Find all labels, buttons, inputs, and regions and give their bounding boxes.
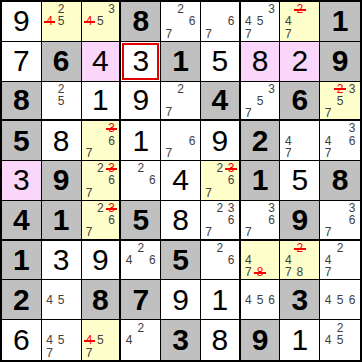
pencil-mark-empty — [67, 294, 79, 306]
cell-r2c4[interactable]: 3 — [121, 42, 161, 82]
given-digit: 4 — [201, 82, 239, 120]
pencil-mark-empty — [334, 266, 346, 278]
entered-digit: 1 — [280, 320, 319, 360]
cell-r3c4[interactable]: 9 — [121, 82, 161, 122]
cell-r8c9[interactable]: 456 — [320, 280, 360, 320]
cell-r8c7[interactable]: 456 — [241, 280, 281, 320]
cell-r8c2[interactable]: 45 — [42, 280, 82, 320]
pencil-marks: 26 — [121, 161, 160, 200]
pencil-mark-empty — [243, 202, 255, 214]
pencil-mark-empty — [44, 83, 56, 95]
pencil-mark-empty — [254, 226, 266, 238]
pencil-mark-8-struck: 8 — [254, 266, 266, 278]
pencil-marks: 2478 — [280, 241, 319, 280]
cell-r4c3[interactable]: 367 — [82, 121, 122, 161]
sudoku-board: 9245345826767345724717643158298251927435… — [0, 0, 362, 362]
pencil-mark-6: 6 — [106, 214, 117, 226]
pencil-mark-empty — [254, 28, 266, 40]
cell-r9c6[interactable]: 8 — [201, 320, 241, 360]
pencil-mark-empty — [266, 226, 278, 238]
pencil-mark-4: 4 — [44, 334, 56, 347]
cell-r2c6[interactable]: 5 — [201, 42, 241, 82]
cell-r2c9[interactable]: 9 — [320, 42, 360, 82]
cell-r7c5[interactable]: 5 — [161, 241, 201, 281]
cell-r8c3[interactable]: 8 — [82, 280, 122, 320]
given-digit: 6 — [280, 82, 319, 120]
pencil-marks: 345 — [82, 2, 120, 41]
pencil-mark-empty — [266, 266, 278, 278]
pencil-mark-empty — [44, 95, 56, 107]
entered-digit: 9 — [121, 82, 160, 120]
pencil-mark-empty — [67, 346, 79, 359]
pencil-marks: 246 — [121, 241, 160, 280]
pencil-mark-empty — [84, 122, 95, 134]
pencil-mark-empty — [175, 15, 187, 27]
pencil-mark-empty — [214, 174, 225, 186]
pencil-mark-empty — [214, 226, 225, 238]
cell-r5c8[interactable]: 5 — [280, 161, 320, 201]
cell-r3c1[interactable]: 8 — [2, 82, 42, 122]
pencil-mark-empty — [294, 122, 306, 134]
pencil-mark-empty — [346, 107, 358, 119]
pencil-mark-2: 2 — [334, 321, 346, 334]
pencil-mark-empty — [334, 135, 346, 147]
pencil-mark-6: 6 — [147, 174, 159, 186]
pencil-mark-empty — [334, 147, 346, 159]
given-digit: 1 — [320, 2, 360, 41]
pencil-mark-empty — [214, 3, 225, 15]
pencil-mark-empty — [135, 346, 147, 359]
pencil-mark-empty — [243, 306, 255, 318]
pencil-marks: 2367 — [82, 161, 120, 200]
pencil-mark-4: 4 — [44, 294, 56, 306]
cell-r7c1[interactable]: 1 — [2, 241, 42, 281]
pencil-marks: 357 — [241, 82, 280, 120]
pencil-marks: 2367 — [201, 161, 239, 200]
pencil-mark-empty — [254, 214, 266, 226]
cell-r6c8[interactable]: 9 — [280, 201, 320, 241]
pencil-mark-empty — [266, 306, 278, 318]
entered-digit: 9 — [2, 2, 41, 41]
cell-r5c7[interactable]: 1 — [241, 161, 281, 201]
cell-r6c7[interactable]: 367 — [241, 201, 281, 241]
pencil-mark-2: 2 — [95, 202, 106, 214]
cell-r5c5[interactable]: 4 — [161, 161, 201, 201]
pencil-marks: 456 — [241, 280, 280, 319]
pencil-mark-empty — [147, 187, 159, 199]
pencil-marks: 247 — [320, 241, 360, 280]
pencil-mark-7: 7 — [44, 346, 56, 359]
pencil-mark-2: 2 — [214, 202, 225, 214]
pencil-mark-empty — [294, 28, 306, 40]
pencil-mark-empty — [123, 346, 135, 359]
pencil-mark-7: 7 — [163, 28, 175, 40]
cell-r7c6[interactable]: 26 — [201, 241, 241, 281]
pencil-marks: 25 — [42, 82, 81, 120]
pencil-mark-empty — [106, 15, 117, 27]
cell-r9c2[interactable]: 457 — [42, 320, 82, 360]
pencil-marks: 24 — [121, 320, 160, 360]
entered-digit: 8 — [161, 201, 200, 239]
pencil-mark-empty — [282, 122, 294, 134]
pencil-mark-4-struck: 4 — [84, 15, 95, 27]
pencil-mark-6: 6 — [147, 254, 159, 266]
pencil-mark-empty — [306, 122, 318, 134]
pencil-mark-7: 7 — [163, 106, 175, 118]
pencil-mark-empty — [67, 107, 79, 119]
pencil-mark-7: 7 — [203, 226, 214, 238]
pencil-mark-6: 6 — [225, 174, 236, 186]
pencil-marks: 245 — [320, 320, 360, 360]
pencil-mark-empty — [334, 306, 346, 318]
cell-r7c3[interactable]: 9 — [82, 241, 122, 281]
pencil-mark-7: 7 — [84, 346, 95, 359]
pencil-mark-empty — [186, 122, 198, 134]
cell-r4c2[interactable]: 8 — [42, 121, 82, 161]
cell-r7c7[interactable]: 478 — [241, 241, 281, 281]
pencil-mark-empty — [322, 306, 334, 318]
pencil-mark-empty — [84, 321, 95, 334]
pencil-mark-2: 2 — [135, 321, 147, 334]
pencil-mark-2-struck: 2 — [294, 3, 306, 15]
cell-r6c3[interactable]: 2367 — [82, 201, 122, 241]
pencil-mark-empty — [84, 162, 95, 174]
cell-r9c9[interactable]: 245 — [320, 320, 360, 360]
pencil-mark-empty — [95, 226, 106, 238]
cell-r1c5[interactable]: 267 — [161, 2, 201, 42]
pencil-marks: 47 — [280, 121, 319, 160]
pencil-marks: 67 — [201, 2, 239, 41]
pencil-mark-5: 5 — [254, 95, 266, 107]
pencil-mark-7: 7 — [243, 28, 255, 40]
pencil-marks: 27 — [161, 82, 200, 120]
cell-r5c2[interactable]: 9 — [42, 161, 82, 201]
pencil-mark-empty — [294, 15, 306, 27]
given-digit: 1 — [42, 201, 81, 239]
cell-r8c4[interactable]: 7 — [121, 280, 161, 320]
pencil-mark-2: 2 — [334, 242, 346, 254]
pencil-mark-3: 3 — [106, 3, 117, 15]
cell-r9c8[interactable]: 1 — [280, 320, 320, 360]
entered-digit: 1 — [201, 280, 239, 319]
pencil-mark-empty — [266, 15, 278, 27]
pencil-mark-empty — [266, 107, 278, 119]
pencil-mark-empty — [186, 106, 198, 118]
pencil-mark-3: 3 — [346, 122, 358, 134]
pencil-mark-empty — [67, 95, 79, 107]
pencil-mark-7: 7 — [243, 266, 255, 278]
cell-r9c5[interactable]: 3 — [161, 320, 201, 360]
pencil-mark-empty — [334, 346, 346, 359]
pencil-mark-empty — [123, 162, 135, 174]
pencil-mark-empty — [163, 83, 175, 95]
given-digit: 1 — [161, 42, 200, 81]
pencil-mark-empty — [55, 321, 67, 334]
pencil-mark-2: 2 — [214, 242, 225, 254]
pencil-mark-7: 7 — [84, 147, 95, 159]
cell-r6c2[interactable]: 1 — [42, 201, 82, 241]
pencil-mark-empty — [186, 83, 198, 95]
pencil-mark-empty — [306, 242, 318, 254]
entered-digit: 2 — [280, 42, 319, 81]
pencil-mark-empty — [346, 226, 358, 238]
pencil-mark-empty — [322, 122, 334, 134]
pencil-mark-empty — [163, 15, 175, 27]
cell-r9c1[interactable]: 6 — [2, 320, 42, 360]
pencil-mark-empty — [55, 281, 67, 293]
pencil-mark-empty — [254, 306, 266, 318]
cell-r3c6[interactable]: 4 — [201, 82, 241, 122]
cell-r1c8[interactable]: 247 — [280, 2, 320, 42]
pencil-mark-3: 3 — [346, 83, 358, 95]
pencil-mark-empty — [106, 346, 117, 359]
cell-r8c6[interactable]: 1 — [201, 280, 241, 320]
cell-r9c7[interactable]: 9 — [241, 320, 281, 360]
pencil-mark-7: 7 — [322, 226, 334, 238]
cell-r8c8[interactable]: 3 — [280, 280, 320, 320]
cell-r9c3[interactable]: 457 — [82, 320, 122, 360]
given-digit: 7 — [121, 280, 160, 319]
cell-r6c5[interactable]: 8 — [161, 201, 201, 241]
pencil-mark-empty — [163, 3, 175, 15]
entered-digit: 1 — [82, 82, 120, 120]
pencil-mark-empty — [306, 3, 318, 15]
pencil-mark-empty — [306, 28, 318, 40]
cell-r4c1[interactable]: 5 — [2, 121, 42, 161]
pencil-mark-5: 5 — [254, 294, 266, 306]
cell-r4c8[interactable]: 47 — [280, 121, 320, 161]
pencil-marks: 3457 — [241, 2, 280, 41]
pencil-mark-empty — [254, 281, 266, 293]
pencil-mark-7: 7 — [243, 107, 255, 119]
cell-r1c3[interactable]: 345 — [82, 2, 122, 42]
given-digit: 8 — [121, 2, 160, 41]
cell-r8c5[interactable]: 9 — [161, 280, 201, 320]
cell-r4c4[interactable]: 1 — [121, 121, 161, 161]
pencil-mark-empty — [203, 174, 214, 186]
pencil-mark-4: 4 — [282, 15, 294, 27]
cell-r3c9[interactable]: 2357 — [320, 82, 360, 122]
pencil-mark-empty — [106, 321, 117, 334]
pencil-marks: 367 — [82, 121, 120, 160]
pencil-mark-empty — [322, 346, 334, 359]
pencil-mark-empty — [225, 28, 236, 40]
pencil-mark-3: 3 — [266, 83, 278, 95]
entered-digit: 3 — [42, 241, 81, 280]
cell-r3c2[interactable]: 25 — [42, 82, 82, 122]
pencil-mark-empty — [84, 202, 95, 214]
cell-r2c7[interactable]: 8 — [241, 42, 281, 82]
cell-r7c9[interactable]: 247 — [320, 241, 360, 281]
pencil-mark-5: 5 — [334, 294, 346, 306]
entered-digit: 4 — [82, 42, 120, 81]
pencil-mark-empty — [306, 135, 318, 147]
pencil-mark-empty — [203, 162, 214, 174]
pencil-mark-empty — [175, 122, 187, 134]
entered-digit: 8 — [201, 320, 239, 360]
pencil-mark-2-struck: 2 — [294, 242, 306, 254]
pencil-marks: 267 — [161, 2, 200, 41]
entered-digit: 6 — [2, 320, 41, 360]
pencil-mark-empty — [322, 281, 334, 293]
pencil-mark-empty — [254, 202, 266, 214]
given-digit: 2 — [2, 280, 41, 319]
pencil-mark-empty — [214, 266, 225, 278]
cell-r5c3[interactable]: 2367 — [82, 161, 122, 201]
pencil-mark-empty — [95, 346, 106, 359]
pencil-mark-empty — [147, 321, 159, 334]
pencil-mark-7: 7 — [203, 187, 214, 199]
pencil-mark-4: 4 — [322, 135, 334, 147]
pencil-mark-empty — [163, 135, 175, 147]
cell-r6c6[interactable]: 2367 — [201, 201, 241, 241]
pencil-mark-empty — [306, 15, 318, 27]
cell-r2c2[interactable]: 6 — [42, 42, 82, 82]
cell-r1c9[interactable]: 1 — [320, 2, 360, 42]
entered-digit: 8 — [241, 42, 280, 81]
pencil-mark-5: 5 — [55, 95, 67, 107]
pencil-marks: 245 — [42, 2, 81, 41]
pencil-mark-empty — [95, 174, 106, 186]
given-digit: 6 — [42, 42, 81, 81]
cell-r1c6[interactable]: 67 — [201, 2, 241, 42]
cell-r3c5[interactable]: 27 — [161, 82, 201, 122]
given-digit: 9 — [241, 320, 280, 360]
pencil-mark-empty — [214, 15, 225, 27]
pencil-mark-6: 6 — [186, 15, 198, 27]
pencil-mark-2: 2 — [55, 83, 67, 95]
pencil-mark-7: 7 — [163, 147, 175, 159]
pencil-mark-empty — [346, 95, 358, 107]
pencil-mark-empty — [135, 254, 147, 266]
pencil-mark-empty — [334, 107, 346, 119]
cell-r8c1[interactable]: 2 — [2, 280, 42, 320]
pencil-mark-empty — [322, 321, 334, 334]
cell-r6c1[interactable]: 4 — [2, 201, 42, 241]
cell-r3c8[interactable]: 6 — [280, 82, 320, 122]
given-digit: 8 — [320, 161, 360, 200]
pencil-mark-empty — [254, 83, 266, 95]
pencil-mark-4: 4 — [123, 334, 135, 347]
cell-r5c6[interactable]: 2367 — [201, 161, 241, 201]
cell-r2c5[interactable]: 1 — [161, 42, 201, 82]
pencil-mark-empty — [203, 202, 214, 214]
pencil-mark-empty — [346, 254, 358, 266]
pencil-mark-empty — [266, 281, 278, 293]
cell-r2c8[interactable]: 2 — [280, 42, 320, 82]
pencil-mark-empty — [346, 281, 358, 293]
pencil-mark-empty — [175, 135, 187, 147]
pencil-mark-empty — [334, 226, 346, 238]
pencil-mark-empty — [322, 202, 334, 214]
cell-r2c1[interactable]: 7 — [2, 42, 42, 82]
pencil-mark-6: 6 — [106, 174, 117, 186]
pencil-mark-5: 5 — [95, 15, 106, 27]
pencil-mark-empty — [123, 187, 135, 199]
entered-digit: 3 — [121, 42, 160, 81]
pencil-mark-7: 7 — [282, 147, 294, 159]
pencil-mark-empty — [225, 226, 236, 238]
pencil-marks: 478 — [241, 241, 280, 280]
pencil-mark-7: 7 — [282, 28, 294, 40]
cell-r4c7[interactable]: 2 — [241, 121, 281, 161]
cell-r7c8[interactable]: 2478 — [280, 241, 320, 281]
entered-digit: 5 — [201, 42, 239, 81]
pencil-mark-empty — [67, 83, 79, 95]
pencil-mark-empty — [214, 214, 225, 226]
cell-r1c2[interactable]: 245 — [42, 2, 82, 42]
pencil-mark-empty — [44, 281, 56, 293]
cell-r5c1[interactable]: 3 — [2, 161, 42, 201]
pencil-mark-empty — [44, 107, 56, 119]
given-digit: 4 — [2, 201, 41, 239]
cell-r4c5[interactable]: 67 — [161, 121, 201, 161]
pencil-mark-5: 5 — [334, 95, 346, 107]
cell-r4c9[interactable]: 3467 — [320, 121, 360, 161]
pencil-mark-empty — [123, 174, 135, 186]
pencil-mark-empty — [163, 122, 175, 134]
cell-r1c7[interactable]: 3457 — [241, 2, 281, 42]
cell-r7c4[interactable]: 246 — [121, 241, 161, 281]
cell-r6c9[interactable]: 367 — [320, 201, 360, 241]
pencil-mark-7: 7 — [84, 187, 95, 199]
cell-r7c2[interactable]: 3 — [42, 241, 82, 281]
pencil-mark-4: 4 — [322, 294, 334, 306]
pencil-mark-empty — [346, 321, 358, 334]
pencil-mark-7: 7 — [322, 107, 334, 119]
pencil-mark-empty — [214, 28, 225, 40]
pencil-mark-7: 7 — [322, 266, 334, 278]
pencil-mark-empty — [186, 147, 198, 159]
cell-r2c3[interactable]: 4 — [82, 42, 122, 82]
cell-r1c1[interactable]: 9 — [2, 2, 42, 42]
cell-r3c3[interactable]: 1 — [82, 82, 122, 122]
pencil-mark-6: 6 — [266, 214, 278, 226]
entered-digit: 8 — [42, 121, 81, 160]
cell-r6c4[interactable]: 5 — [121, 201, 161, 241]
cell-r5c4[interactable]: 26 — [121, 161, 161, 201]
entered-digit: 9 — [201, 121, 239, 160]
cell-r4c6[interactable]: 9 — [201, 121, 241, 161]
pencil-mark-empty — [106, 28, 117, 40]
pencil-mark-6: 6 — [346, 135, 358, 147]
pencil-mark-5: 5 — [55, 15, 67, 27]
cell-r3c7[interactable]: 357 — [241, 82, 281, 122]
pencil-mark-7: 7 — [84, 226, 95, 238]
cell-r1c4[interactable]: 8 — [121, 2, 161, 42]
given-digit: 9 — [320, 42, 360, 81]
pencil-mark-2: 2 — [214, 162, 225, 174]
pencil-mark-4: 4 — [243, 15, 255, 27]
pencil-mark-empty — [123, 321, 135, 334]
cell-r5c9[interactable]: 8 — [320, 161, 360, 201]
pencil-mark-empty — [214, 187, 225, 199]
pencil-mark-2-struck: 2 — [334, 83, 346, 95]
entered-digit: 4 — [161, 161, 200, 200]
pencil-mark-4-struck: 4 — [44, 15, 56, 27]
pencil-mark-6: 6 — [225, 254, 236, 266]
pencil-mark-empty — [266, 242, 278, 254]
pencil-mark-7: 7 — [203, 28, 214, 40]
pencil-marks: 45 — [42, 280, 81, 319]
cell-r9c4[interactable]: 24 — [121, 320, 161, 360]
pencil-marks: 26 — [201, 241, 239, 280]
pencil-mark-empty — [67, 321, 79, 334]
pencil-mark-empty — [334, 281, 346, 293]
pencil-mark-6: 6 — [346, 294, 358, 306]
pencil-mark-empty — [266, 28, 278, 40]
pencil-marks: 67 — [161, 121, 200, 160]
